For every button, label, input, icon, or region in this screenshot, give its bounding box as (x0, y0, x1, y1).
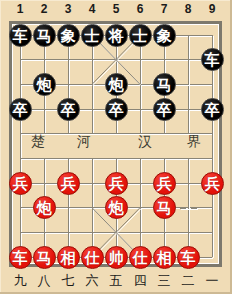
file-label-bottom-8: 二 (179, 272, 197, 290)
piece-black-elephant[interactable]: 象 (153, 24, 176, 47)
piece-red-elephant[interactable]: 相 (57, 246, 80, 269)
piece-red-advisor[interactable]: 仕 (129, 246, 152, 269)
file-label-top-4: 4 (84, 2, 100, 16)
file-label-bottom-2: 八 (35, 272, 53, 290)
file-label-top-7: 7 (156, 2, 172, 16)
piece-red-soldier[interactable]: 兵 (105, 172, 128, 195)
piece-red-soldier[interactable]: 兵 (153, 172, 176, 195)
piece-red-cannon[interactable]: 炮 (33, 196, 56, 219)
piece-black-soldier[interactable]: 卒 (201, 98, 224, 121)
file-label-top-9: 9 (204, 2, 220, 16)
river-char-3: 界 (185, 134, 203, 150)
piece-red-soldier[interactable]: 兵 (9, 172, 32, 195)
file-label-bottom-3: 七 (59, 272, 77, 290)
file-label-bottom-7: 三 (155, 272, 173, 290)
piece-red-horse[interactable]: 马 (153, 196, 176, 219)
piece-black-general[interactable]: 将 (105, 24, 128, 47)
file-label-bottom-1: 九 (11, 272, 29, 290)
piece-black-soldier[interactable]: 卒 (9, 98, 32, 121)
piece-red-horse[interactable]: 马 (33, 246, 56, 269)
piece-red-soldier[interactable]: 兵 (57, 172, 80, 195)
piece-red-general[interactable]: 帅 (105, 246, 128, 269)
file-label-bottom-9: 一 (203, 272, 221, 290)
file-label-bottom-4: 六 (83, 272, 101, 290)
point-marker (180, 200, 197, 217)
file-label-top-3: 3 (60, 2, 76, 16)
piece-black-horse[interactable]: 马 (153, 73, 176, 96)
piece-red-soldier[interactable]: 兵 (201, 172, 224, 195)
piece-black-soldier[interactable]: 卒 (57, 98, 80, 121)
piece-black-advisor[interactable]: 士 (81, 24, 104, 47)
piece-black-soldier[interactable]: 卒 (153, 98, 176, 121)
file-label-top-1: 1 (12, 2, 28, 16)
file-label-top-8: 8 (180, 2, 196, 16)
piece-black-advisor[interactable]: 士 (129, 24, 152, 47)
file-label-top-6: 6 (132, 2, 148, 16)
river-char-0: 楚 (29, 134, 47, 150)
file-label-bottom-5: 五 (107, 272, 125, 290)
piece-black-chariot[interactable]: 车 (201, 48, 224, 71)
piece-red-elephant[interactable]: 相 (153, 246, 176, 269)
point-marker (180, 76, 197, 93)
piece-red-chariot[interactable]: 车 (177, 246, 200, 269)
river-char-2: 汉 (136, 134, 154, 150)
piece-red-advisor[interactable]: 仕 (81, 246, 104, 269)
piece-black-cannon[interactable]: 炮 (105, 73, 128, 96)
piece-red-chariot[interactable]: 车 (9, 246, 32, 269)
piece-black-horse[interactable]: 马 (33, 24, 56, 47)
file-label-top-2: 2 (36, 2, 52, 16)
piece-black-elephant[interactable]: 象 (57, 24, 80, 47)
file-label-top-5: 5 (108, 2, 124, 16)
piece-black-chariot[interactable]: 车 (9, 24, 32, 47)
file-label-bottom-6: 四 (131, 272, 149, 290)
piece-black-soldier[interactable]: 卒 (105, 98, 128, 121)
river-char-1: 河 (75, 134, 93, 150)
xiangqi-board[interactable]: 123456789 九八七六五四三二一 楚河汉界 车马象士将士象车炮炮马卒卒卒卒… (0, 0, 232, 294)
piece-red-cannon[interactable]: 炮 (105, 196, 128, 219)
piece-black-cannon[interactable]: 炮 (33, 73, 56, 96)
